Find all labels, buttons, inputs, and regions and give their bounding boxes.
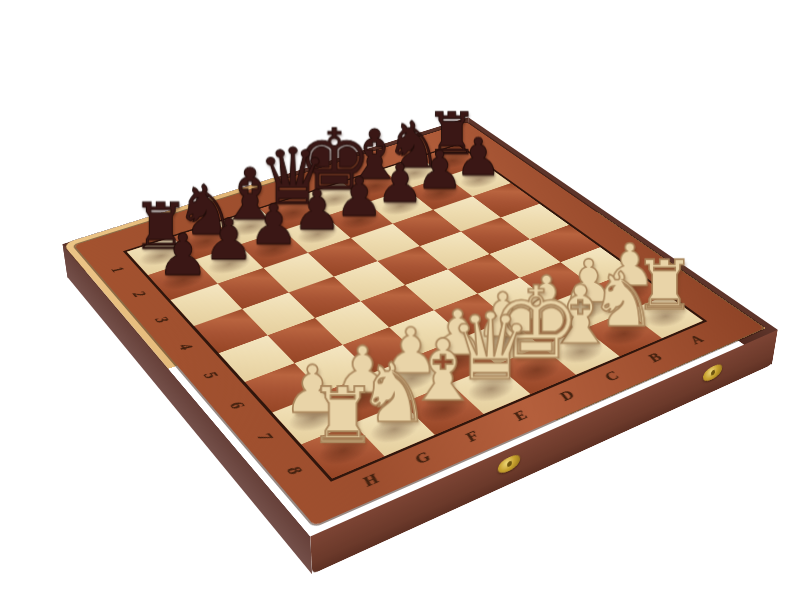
rank-label-1: 1 [103, 261, 133, 279]
rank-label-2: 2 [124, 285, 155, 303]
black-pawn-glyph: ♟ [203, 211, 254, 268]
black-pawn-glyph: ♟ [249, 197, 299, 253]
black-pawn-glyph: ♟ [335, 169, 384, 223]
rank-label-5: 5 [194, 365, 227, 387]
file-label-e: E [502, 405, 539, 428]
square-a4 [501, 204, 569, 240]
rank-label-3: 3 [146, 310, 177, 329]
chess-board: 12345678HGFEDCBA ♜♞♝♛♚♝♞♜♟♟♟♟♟♟♟♟♟♟♟♟♟♟♟… [63, 117, 778, 536]
file-label-c: C [594, 366, 630, 387]
file-label-b: B [637, 348, 672, 368]
square-h8: ♜ [301, 423, 384, 478]
product-photo-stage: 12345678HGFEDCBA ♜♞♝♛♚♝♞♜♟♟♟♟♟♟♟♟♟♟♟♟♟♟♟… [0, 0, 800, 600]
rank-label-7: 7 [247, 425, 283, 449]
white-rook-glyph: ♜ [308, 378, 377, 455]
black-pawn-glyph: ♟ [157, 226, 209, 284]
brass-latch-icon [497, 452, 520, 476]
file-label-g: G [404, 446, 442, 470]
rank-label-8: 8 [276, 458, 313, 483]
black-pawn-glyph: ♟ [292, 183, 341, 238]
brass-latch-icon [702, 362, 723, 384]
file-label-d: D [549, 385, 585, 407]
file-label-f: F [454, 425, 491, 449]
board-frame: 12345678HGFEDCBA ♜♞♝♛♚♝♞♜♟♟♟♟♟♟♟♟♟♟♟♟♟♟♟… [74, 122, 764, 526]
file-label-h: H [352, 468, 390, 493]
rank-label-6: 6 [219, 394, 253, 417]
rank-label-4: 4 [169, 337, 201, 357]
file-label-a: A [679, 330, 714, 350]
board-surface: 12345678HGFEDCBA ♜♞♝♛♚♝♞♜♟♟♟♟♟♟♟♟♟♟♟♟♟♟♟… [63, 117, 778, 536]
